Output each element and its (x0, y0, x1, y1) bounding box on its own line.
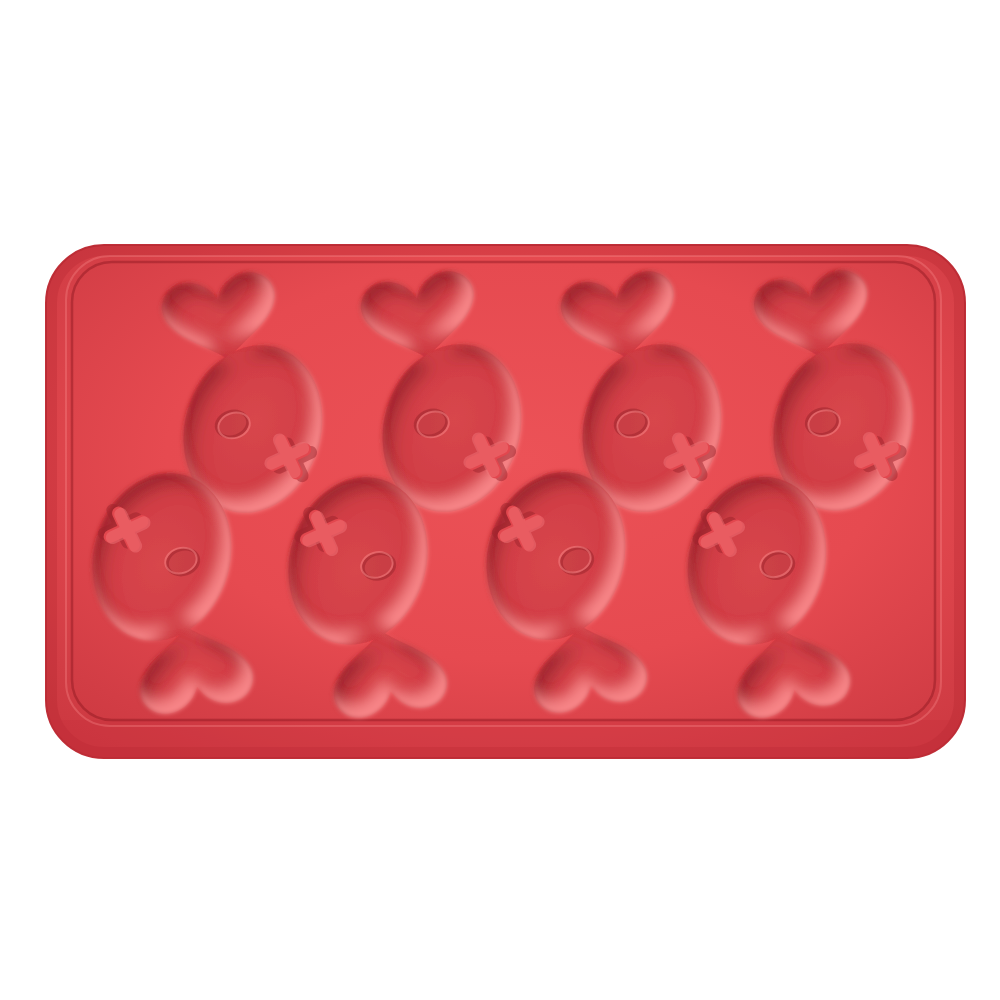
product-photo (0, 0, 1000, 1000)
mold-photo-svg (0, 0, 1000, 1000)
